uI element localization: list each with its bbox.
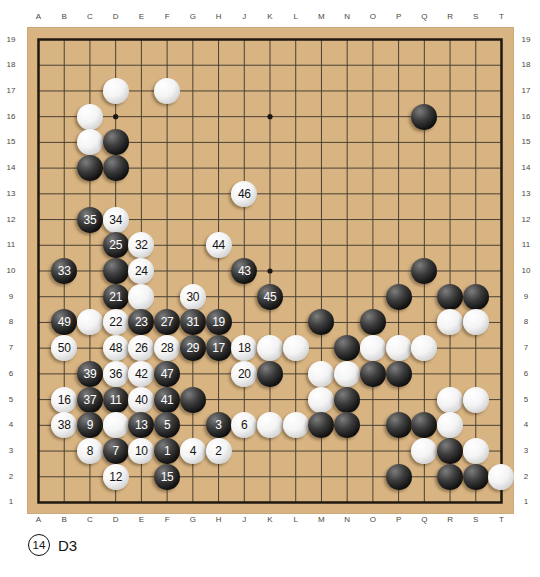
stone-black-C5-move-37: 37	[77, 387, 103, 413]
coord-label-top-F: F	[157, 12, 177, 22]
stone-black-C12-move-35: 35	[77, 207, 103, 233]
stone-black-P6	[386, 361, 412, 387]
coord-label-left-6: 6	[1, 369, 21, 379]
coord-label-top-D: D	[106, 12, 126, 22]
coord-label-top-G: G	[183, 12, 203, 22]
coord-label-top-B: B	[54, 12, 74, 22]
coord-label-left-8: 8	[1, 317, 21, 327]
stone-black-D5-move-11: 11	[103, 387, 129, 413]
coord-label-top-Q: Q	[414, 12, 434, 22]
coord-label-bottom-P: P	[389, 515, 409, 525]
stone-black-F5-move-41: 41	[154, 387, 180, 413]
coord-label-top-A: A	[29, 12, 49, 22]
coord-label-left-15: 15	[1, 137, 21, 147]
star-point-D16	[113, 114, 118, 119]
stone-black-C14	[77, 155, 103, 181]
coord-label-top-N: N	[337, 12, 357, 22]
stone-white-J13-move-46: 46	[231, 181, 257, 207]
stone-black-Q16	[411, 104, 437, 130]
coord-label-bottom-C: C	[80, 515, 100, 525]
coord-label-bottom-M: M	[311, 515, 331, 525]
coord-label-left-17: 17	[1, 86, 21, 96]
coord-label-right-10: 10	[516, 266, 536, 276]
stone-white-D4	[103, 412, 129, 438]
coord-label-bottom-S: S	[466, 515, 486, 525]
stone-black-F3-move-1: 1	[154, 438, 180, 464]
stone-white-B5-move-16: 16	[51, 387, 77, 413]
stone-white-D8-move-22: 22	[103, 309, 129, 335]
coord-label-bottom-A: A	[29, 515, 49, 525]
coord-label-bottom-J: J	[234, 515, 254, 525]
coord-label-left-14: 14	[1, 163, 21, 173]
coord-label-bottom-E: E	[131, 515, 151, 525]
coord-label-left-9: 9	[1, 292, 21, 302]
coord-label-left-1: 1	[1, 497, 21, 507]
stone-white-M5	[308, 387, 334, 413]
stone-white-H3-move-2: 2	[206, 438, 232, 464]
coord-label-bottom-K: K	[260, 515, 280, 525]
coord-label-bottom-T: T	[491, 515, 511, 525]
stone-white-D6-move-36: 36	[103, 361, 129, 387]
coord-label-top-E: E	[131, 12, 151, 22]
coord-label-top-L: L	[286, 12, 306, 22]
coord-label-right-17: 17	[516, 86, 536, 96]
coord-label-right-12: 12	[516, 215, 536, 225]
stone-black-N5	[334, 387, 360, 413]
coord-label-bottom-Q: Q	[414, 515, 434, 525]
coord-label-bottom-B: B	[54, 515, 74, 525]
stone-black-P2	[386, 464, 412, 490]
stone-white-L7	[283, 335, 309, 361]
coord-label-left-3: 3	[1, 446, 21, 456]
coord-label-bottom-L: L	[286, 515, 306, 525]
stone-black-G7-move-29: 29	[180, 335, 206, 361]
stone-black-D14	[103, 155, 129, 181]
stone-white-J6-move-20: 20	[231, 361, 257, 387]
coord-label-bottom-F: F	[157, 515, 177, 525]
coord-label-top-T: T	[491, 12, 511, 22]
move-14-stone-badge: 14	[28, 534, 50, 556]
coord-label-bottom-D: D	[106, 515, 126, 525]
coord-label-left-4: 4	[1, 420, 21, 430]
stone-black-F6-move-47: 47	[154, 361, 180, 387]
coord-label-bottom-H: H	[209, 515, 229, 525]
stone-white-G9-move-30: 30	[180, 284, 206, 310]
coord-label-right-3: 3	[516, 446, 536, 456]
stone-white-E5-move-40: 40	[128, 387, 154, 413]
coord-label-left-12: 12	[1, 215, 21, 225]
stone-black-C6-move-39: 39	[77, 361, 103, 387]
coord-label-left-18: 18	[1, 60, 21, 70]
star-point-K16	[267, 114, 272, 119]
stone-white-E9	[128, 284, 154, 310]
coord-label-top-J: J	[234, 12, 254, 22]
stone-black-G5	[180, 387, 206, 413]
stone-white-D17	[103, 78, 129, 104]
coord-label-right-15: 15	[516, 137, 536, 147]
coord-label-right-14: 14	[516, 163, 536, 173]
stone-white-F17	[154, 78, 180, 104]
stone-black-P9	[386, 284, 412, 310]
stone-white-S5	[463, 387, 489, 413]
stone-black-K9-move-45: 45	[257, 284, 283, 310]
stone-white-H11-move-44: 44	[206, 232, 232, 258]
go-kifu-page: AABBCCDDEEFFGGHHJJKKLLMMNNOOPPQQRRSSTT19…	[0, 0, 540, 577]
stone-black-D9-move-21: 21	[103, 284, 129, 310]
coord-label-right-7: 7	[516, 343, 536, 353]
stone-black-H4-move-3: 3	[206, 412, 232, 438]
coord-label-right-5: 5	[516, 395, 536, 405]
coord-label-top-O: O	[363, 12, 383, 22]
stone-black-F2-move-15: 15	[154, 464, 180, 490]
coord-label-bottom-R: R	[440, 515, 460, 525]
coord-label-bottom-O: O	[363, 515, 383, 525]
stone-black-D11-move-25: 25	[103, 232, 129, 258]
stone-white-G3-move-4: 4	[180, 438, 206, 464]
star-point-K10	[267, 268, 272, 273]
stone-black-R3	[437, 438, 463, 464]
stone-white-P7	[386, 335, 412, 361]
stone-black-H7-move-17: 17	[206, 335, 232, 361]
coord-label-left-19: 19	[1, 35, 21, 45]
move-annotation: 14 D3	[28, 533, 77, 557]
coord-label-top-C: C	[80, 12, 100, 22]
coord-label-right-11: 11	[516, 240, 536, 250]
stone-black-R9	[437, 284, 463, 310]
stone-black-P4	[386, 412, 412, 438]
stone-white-O7	[360, 335, 386, 361]
stone-black-R2	[437, 464, 463, 490]
stone-black-K6	[257, 361, 283, 387]
coord-label-left-5: 5	[1, 395, 21, 405]
stone-white-K7	[257, 335, 283, 361]
stone-white-D7-move-48: 48	[103, 335, 129, 361]
stone-white-R5	[437, 387, 463, 413]
coord-label-top-K: K	[260, 12, 280, 22]
coord-label-right-4: 4	[516, 420, 536, 430]
stone-white-D12-move-34: 34	[103, 207, 129, 233]
coord-label-top-M: M	[311, 12, 331, 22]
coord-label-left-16: 16	[1, 112, 21, 122]
coord-label-right-16: 16	[516, 112, 536, 122]
coord-label-top-H: H	[209, 12, 229, 22]
stone-white-N6	[334, 361, 360, 387]
stone-black-H8-move-19: 19	[206, 309, 232, 335]
coord-label-right-8: 8	[516, 317, 536, 327]
coord-label-right-6: 6	[516, 369, 536, 379]
coord-label-top-R: R	[440, 12, 460, 22]
coord-label-left-10: 10	[1, 266, 21, 276]
coord-label-left-13: 13	[1, 189, 21, 199]
coord-label-right-18: 18	[516, 60, 536, 70]
move-14-location: D3	[58, 537, 77, 554]
coord-label-bottom-G: G	[183, 515, 203, 525]
stone-white-C3-move-8: 8	[77, 438, 103, 464]
stone-black-S2	[463, 464, 489, 490]
coord-label-right-1: 1	[516, 497, 536, 507]
coord-label-right-13: 13	[516, 189, 536, 199]
coord-label-left-2: 2	[1, 472, 21, 482]
stone-white-S3	[463, 438, 489, 464]
coord-label-right-9: 9	[516, 292, 536, 302]
coord-label-left-7: 7	[1, 343, 21, 353]
stone-white-D2-move-12: 12	[103, 464, 129, 490]
stone-white-C16	[77, 104, 103, 130]
stone-black-D3-move-7: 7	[103, 438, 129, 464]
coord-label-top-S: S	[466, 12, 486, 22]
coord-label-right-19: 19	[516, 35, 536, 45]
stone-black-D15	[103, 129, 129, 155]
coord-label-left-11: 11	[1, 240, 21, 250]
coord-label-top-P: P	[389, 12, 409, 22]
stone-black-S9	[463, 284, 489, 310]
coord-label-right-2: 2	[516, 472, 536, 482]
stone-white-L4	[283, 412, 309, 438]
coord-label-bottom-N: N	[337, 515, 357, 525]
stone-black-D10	[103, 258, 129, 284]
stone-black-O6	[360, 361, 386, 387]
